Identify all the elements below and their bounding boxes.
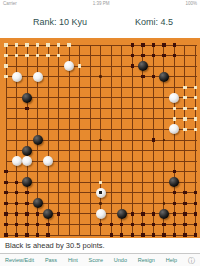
go-board[interactable] [0,38,200,238]
black-territory-marker [25,233,28,236]
black-territory-marker [152,138,155,141]
white-stone [12,156,22,166]
grid-line-vertical [174,45,175,236]
black-territory-marker [15,181,18,184]
black-stone [22,93,32,103]
white-territory-marker [36,54,39,57]
black-territory-marker [120,233,123,236]
toolbar-item-undo[interactable]: Undo [114,257,127,263]
info-icon[interactable]: ⓘ [188,254,195,266]
black-territory-marker [4,233,7,236]
black-territory-marker [152,223,155,226]
black-territory-marker [36,233,39,236]
black-territory-marker [162,43,165,46]
toolbar-item-resign[interactable]: Resign [138,257,155,263]
black-territory-marker [4,170,7,173]
black-territory-marker [141,212,144,215]
black-territory-marker [131,223,134,226]
grid-line-horizontal [6,45,197,46]
black-stone [159,72,169,82]
toolbar-item-hint[interactable]: Hint [68,257,78,263]
black-territory-marker [36,212,39,215]
black-territory-marker [15,233,18,236]
white-territory-marker [183,128,186,131]
white-territory-marker [46,43,49,46]
black-territory-marker [141,223,144,226]
black-territory-marker [25,191,28,194]
black-territory-marker [173,191,176,194]
black-territory-marker [194,212,197,215]
hoshi-point [163,139,166,142]
komi-label: Komi: 4.5 [135,17,173,27]
black-territory-marker [120,223,123,226]
white-stone [43,156,53,166]
black-territory-marker [4,223,7,226]
grid-line-horizontal [6,129,197,130]
black-territory-marker [15,191,18,194]
grid-line-vertical [27,45,28,236]
black-territory-marker [36,223,39,226]
black-territory-marker [4,202,7,205]
black-territory-marker [110,223,113,226]
black-territory-marker [162,223,165,226]
grid-line-vertical [111,45,112,236]
status-bar: Carrier 1:39 PM 100% [0,0,200,7]
black-territory-marker [15,202,18,205]
white-stone [22,156,32,166]
white-territory-marker [194,128,197,131]
grid-line-horizontal [6,87,197,88]
grid-line-vertical [58,45,59,236]
black-territory-marker [25,223,28,226]
grid-line-vertical [184,45,185,236]
black-territory-marker [141,233,144,236]
black-territory-marker [194,233,197,236]
black-territory-marker [4,191,7,194]
white-territory-marker [194,96,197,99]
black-territory-marker [152,212,155,215]
black-stone [22,177,32,187]
black-stone [43,209,53,219]
grid-line-vertical [195,45,196,236]
white-territory-marker [4,54,7,57]
black-stone [159,209,169,219]
black-territory-marker [173,43,176,46]
white-territory-marker [67,43,70,46]
black-territory-marker [131,43,134,46]
black-territory-marker [25,107,28,110]
game-info-header: Rank: 10 Kyu Komi: 4.5 [0,7,200,38]
grid-line-horizontal [6,161,197,162]
black-territory-marker [152,54,155,57]
bottom-toolbar: Review/EditPassHintScoreUndoResignHelpⓘ [0,253,200,266]
black-territory-marker [152,75,155,78]
grid-line-vertical [6,45,7,236]
grid-line-horizontal [6,55,197,56]
black-territory-marker [183,212,186,215]
black-territory-marker [46,233,49,236]
black-territory-marker [15,223,18,226]
black-territory-marker [131,64,134,67]
white-stone [169,93,179,103]
black-territory-marker [152,233,155,236]
hoshi-point [99,75,102,78]
white-territory-marker [194,117,197,120]
white-stone [96,209,106,219]
black-territory-marker [99,223,102,226]
white-territory-marker [15,43,18,46]
carrier-label: Carrier [3,0,17,7]
grid-line-vertical [69,45,70,236]
white-territory-marker [183,117,186,120]
white-territory-marker [46,54,49,57]
white-territory-marker [183,96,186,99]
clock-label: 1:39 PM [93,0,110,7]
black-territory-marker [173,223,176,226]
black-territory-marker [57,212,60,215]
score-estimate-text: Black is ahead by 30.5 points. [5,241,105,250]
white-territory-marker [183,107,186,110]
grid-line-vertical [121,45,122,236]
grid-line-vertical [142,45,143,236]
white-territory-marker [25,54,28,57]
white-stone [64,61,74,71]
black-territory-marker [162,54,165,57]
battery-label: 100% [185,0,197,7]
black-territory-marker [173,233,176,236]
grid-line-horizontal [6,66,197,67]
black-territory-marker [183,233,186,236]
white-territory-marker [57,43,60,46]
toolbar-item-score[interactable]: Score [89,257,103,263]
black-territory-marker [131,54,134,57]
white-territory-marker [4,43,7,46]
white-territory-marker [194,86,197,89]
white-territory-marker [173,117,176,120]
black-stone [22,146,32,156]
grid-line-vertical [90,45,91,236]
white-territory-marker [78,64,81,67]
black-territory-marker [25,212,28,215]
white-territory-marker [183,86,186,89]
white-territory-marker [194,107,197,110]
grid-line-vertical [79,45,80,236]
black-territory-marker [25,202,28,205]
black-territory-marker [183,223,186,226]
hoshi-point [99,139,102,142]
rank-label: Rank: 10 Kyu [33,17,87,27]
black-territory-marker [162,233,165,236]
black-territory-marker [173,202,176,205]
black-territory-marker [15,212,18,215]
black-territory-marker [141,54,144,57]
white-territory-marker [36,43,39,46]
black-territory-marker [183,202,186,205]
white-territory-marker [25,43,28,46]
black-territory-marker [183,191,186,194]
toolbar-item-help[interactable]: Help [166,257,177,263]
grid-line-horizontal [6,97,197,98]
black-stone [117,209,127,219]
black-stone [33,198,43,208]
toolbar-item-review-edit[interactable]: Review/Edit [5,257,34,263]
white-territory-marker [4,64,7,67]
last-move-marker [99,191,102,194]
black-stone [33,135,43,145]
black-territory-marker [46,223,49,226]
grid-line-horizontal [6,150,197,151]
black-territory-marker [173,212,176,215]
black-stone [169,177,179,187]
black-territory-marker [4,212,7,215]
hoshi-point [163,202,166,205]
white-stone [12,72,22,82]
white-stone [169,124,179,134]
black-territory-marker [4,181,7,184]
white-territory-marker [15,54,18,57]
black-territory-marker [194,191,197,194]
white-territory-marker [99,181,102,184]
toolbar-item-pass[interactable]: Pass [45,257,57,263]
grid-line-horizontal [6,108,197,109]
hoshi-point [99,202,102,205]
grid-line-vertical [48,45,49,236]
black-territory-marker [131,233,134,236]
black-territory-marker [131,212,134,215]
white-territory-marker [57,54,60,57]
score-status-line: Black is ahead by 30.5 points. [0,238,200,253]
black-territory-marker [110,233,113,236]
white-territory-marker [173,107,176,110]
black-territory-marker [141,75,144,78]
grid-line-horizontal [6,235,197,236]
grid-line-horizontal [6,171,197,172]
black-territory-marker [141,43,144,46]
black-stone [138,61,148,71]
black-territory-marker [173,54,176,57]
grid-line-vertical [132,45,133,236]
white-stone [33,72,43,82]
white-territory-marker [4,75,7,78]
black-territory-marker [194,202,197,205]
grid-line-horizontal [6,118,197,119]
black-territory-marker [173,170,176,173]
black-territory-marker [152,43,155,46]
black-territory-marker [194,223,197,226]
